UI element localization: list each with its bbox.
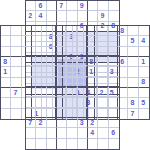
cell-bottom-r0c7[interactable]: [98, 56, 108, 66]
cell-bottom-r0c2[interactable]: [47, 56, 57, 66]
cell-bottom-r8c0[interactable]: [26, 139, 36, 149]
cell-top-r1c3[interactable]: [57, 11, 67, 21]
cell-bottom-r6c1[interactable]: 2: [36, 118, 46, 128]
cell-left-r5c0[interactable]: [1, 78, 11, 88]
cell-top-r1c6[interactable]: [88, 11, 98, 21]
cell-bottom-r5c6[interactable]: [88, 108, 98, 118]
cell-bottom-r6c6[interactable]: 2: [88, 118, 98, 128]
cell-bottom-r5c3[interactable]: [57, 108, 67, 118]
cell-bottom-r7c4[interactable]: [67, 128, 77, 138]
cell-bottom-r5c0[interactable]: [26, 108, 36, 118]
cell-left-r2c0[interactable]: [1, 47, 11, 57]
cell-right-r2c8[interactable]: [139, 47, 149, 57]
cell-bottom-r2c2[interactable]: [47, 77, 57, 87]
cell-right-r1c7[interactable]: 5: [128, 36, 138, 46]
cell-right-r1c6[interactable]: [118, 36, 128, 46]
cell-top-r0c1[interactable]: 6: [36, 1, 46, 11]
cell-right-r3c8[interactable]: 1: [139, 57, 149, 67]
cell-left-r0c1[interactable]: [11, 26, 21, 36]
cell-left-r6c1[interactable]: 7: [11, 88, 21, 98]
cell-top-r1c8[interactable]: [109, 11, 119, 21]
cell-bottom-r8c6[interactable]: [88, 139, 98, 149]
cell-bottom-r4c7[interactable]: [98, 97, 108, 107]
cell-top-r1c2[interactable]: [47, 11, 57, 21]
cell-right-r1c3[interactable]: [87, 36, 97, 46]
cell-bottom-r4c0[interactable]: [26, 97, 36, 107]
cell-left-r7c1[interactable]: [11, 98, 21, 108]
cell-bottom-r2c0[interactable]: [26, 77, 36, 87]
cell-bottom-r5c8[interactable]: [109, 108, 119, 118]
cell-bottom-r3c4[interactable]: [67, 87, 77, 97]
cell-left-r1c3[interactable]: [32, 36, 42, 46]
cell-bottom-r6c0[interactable]: 7: [26, 118, 36, 128]
cell-bottom-r0c8[interactable]: [109, 56, 119, 66]
cell-bottom-r4c2[interactable]: [47, 97, 57, 107]
cell-right-r1c0[interactable]: [56, 36, 66, 46]
cell-bottom-r2c8[interactable]: [109, 77, 119, 87]
cell-bottom-r1c6[interactable]: [88, 66, 98, 76]
cell-bottom-r2c4[interactable]: [67, 77, 77, 87]
cell-bottom-r6c4[interactable]: [67, 118, 77, 128]
cell-bottom-r3c0[interactable]: [26, 87, 36, 97]
cell-bottom-r4c6[interactable]: [88, 97, 98, 107]
cell-left-r8c1[interactable]: [11, 109, 21, 119]
cell-bottom-r8c3[interactable]: [57, 139, 67, 149]
cell-bottom-r0c5[interactable]: [78, 56, 88, 66]
cell-bottom-r1c7[interactable]: [98, 66, 108, 76]
cell-bottom-r4c4[interactable]: [67, 97, 77, 107]
cell-top-r0c6[interactable]: [88, 1, 98, 11]
cell-bottom-r8c4[interactable]: [67, 139, 77, 149]
cell-bottom-r1c0[interactable]: [26, 66, 36, 76]
cell-bottom-r6c5[interactable]: 3: [78, 118, 88, 128]
cell-bottom-r2c3[interactable]: [57, 77, 67, 87]
cell-bottom-r5c7[interactable]: [98, 108, 108, 118]
cell-bottom-r0c4[interactable]: [67, 56, 77, 66]
cell-left-r1c4[interactable]: [42, 36, 52, 46]
cell-bottom-r8c2[interactable]: [47, 139, 57, 149]
cell-bottom-r3c7[interactable]: [98, 87, 108, 97]
cell-bottom-r5c2[interactable]: [47, 108, 57, 118]
cell-bottom-r5c5[interactable]: [78, 108, 88, 118]
cell-bottom-r4c1[interactable]: [36, 97, 46, 107]
cell-bottom-r8c8[interactable]: [109, 139, 119, 149]
cell-left-r0c0[interactable]: [1, 26, 11, 36]
cell-bottom-r4c5[interactable]: [78, 97, 88, 107]
cell-bottom-r6c2[interactable]: [47, 118, 57, 128]
cell-bottom-r0c1[interactable]: [36, 56, 46, 66]
cell-right-r0c2[interactable]: [77, 26, 87, 36]
cell-bottom-r7c6[interactable]: 4: [88, 128, 98, 138]
cell-right-r7c7[interactable]: 8: [128, 98, 138, 108]
cell-bottom-r5c1[interactable]: [36, 108, 46, 118]
grid-bottom: 723246: [25, 55, 120, 150]
cell-bottom-r0c0[interactable]: [26, 56, 36, 66]
cell-bottom-r3c2[interactable]: [47, 87, 57, 97]
cell-left-r7c0[interactable]: [1, 98, 11, 108]
cell-left-r4c1[interactable]: [11, 67, 21, 77]
cell-left-r0c3[interactable]: [32, 26, 42, 36]
cell-bottom-r2c6[interactable]: [88, 77, 98, 87]
cell-bottom-r7c1[interactable]: [36, 128, 46, 138]
cell-bottom-r8c1[interactable]: [36, 139, 46, 149]
cell-bottom-r7c8[interactable]: 6: [109, 128, 119, 138]
cell-left-r5c1[interactable]: [11, 78, 21, 88]
cell-left-r8c0[interactable]: [1, 109, 11, 119]
cell-bottom-r3c5[interactable]: [78, 87, 88, 97]
cell-bottom-r7c7[interactable]: [98, 128, 108, 138]
cell-bottom-r5c4[interactable]: [67, 108, 77, 118]
cell-bottom-r1c1[interactable]: [36, 66, 46, 76]
cell-bottom-r0c3[interactable]: [57, 56, 67, 66]
cell-top-r0c8[interactable]: [109, 1, 119, 11]
cell-left-r4c0[interactable]: 1: [1, 67, 11, 77]
cell-right-r0c0[interactable]: [56, 26, 66, 36]
cell-right-r8c7[interactable]: 7: [128, 109, 138, 119]
cell-top-r1c5[interactable]: [78, 11, 88, 21]
cell-bottom-r2c7[interactable]: [98, 77, 108, 87]
cell-right-r3c7[interactable]: [128, 57, 138, 67]
cell-left-r6c0[interactable]: [1, 88, 11, 98]
cell-top-r1c0[interactable]: 2: [26, 11, 36, 21]
cell-right-r4c7[interactable]: [128, 67, 138, 77]
cell-right-r7c8[interactable]: 5: [139, 98, 149, 108]
cell-right-r1c2[interactable]: [77, 36, 87, 46]
cell-bottom-r6c3[interactable]: [57, 118, 67, 128]
cell-left-r1c1[interactable]: [11, 36, 21, 46]
cell-bottom-r8c7[interactable]: [98, 139, 108, 149]
cell-right-r0c6[interactable]: 8: [118, 26, 128, 36]
cell-bottom-r3c6[interactable]: [88, 87, 98, 97]
cell-top-r0c3[interactable]: 7: [57, 1, 67, 11]
cell-top-r1c7[interactable]: 9: [98, 11, 108, 21]
cell-left-r0c4[interactable]: [42, 26, 52, 36]
cell-right-r6c7[interactable]: [128, 88, 138, 98]
cell-right-r2c7[interactable]: [128, 47, 138, 57]
cell-right-r0c7[interactable]: [128, 26, 138, 36]
cell-right-r1c5[interactable]: [108, 36, 118, 46]
cell-bottom-r7c0[interactable]: [26, 128, 36, 138]
cell-left-r0c2[interactable]: [22, 26, 32, 36]
cell-bottom-r0c6[interactable]: [88, 56, 98, 66]
cell-top-r0c2[interactable]: [47, 1, 57, 11]
cell-right-r0c3[interactable]: [87, 26, 97, 36]
sudoku-board: 6792496288365181275481854861138258577232…: [0, 0, 150, 150]
cell-bottom-r1c2[interactable]: [47, 66, 57, 76]
cell-bottom-r4c8[interactable]: [109, 97, 119, 107]
cell-top-r1c4[interactable]: [67, 11, 77, 21]
cell-bottom-r7c3[interactable]: [57, 128, 67, 138]
cell-right-r1c4[interactable]: [97, 36, 107, 46]
cell-bottom-r3c1[interactable]: [36, 87, 46, 97]
cell-bottom-r1c4[interactable]: [67, 66, 77, 76]
cell-bottom-r8c5[interactable]: [78, 139, 88, 149]
cell-right-r0c8[interactable]: [139, 26, 149, 36]
cell-bottom-r6c7[interactable]: [98, 118, 108, 128]
cell-bottom-r4c3[interactable]: [57, 97, 67, 107]
cell-bottom-r1c3[interactable]: [57, 66, 67, 76]
cell-top-r1c1[interactable]: 4: [36, 11, 46, 21]
cell-left-r1c2[interactable]: [22, 36, 32, 46]
cell-right-r6c8[interactable]: [139, 88, 149, 98]
cell-right-r1c8[interactable]: 4: [139, 36, 149, 46]
cell-right-r1c1[interactable]: [66, 36, 76, 46]
cell-bottom-r3c3[interactable]: [57, 87, 67, 97]
cell-bottom-r6c8[interactable]: [109, 118, 119, 128]
cell-left-r3c0[interactable]: 8: [1, 57, 11, 67]
cell-right-r0c5[interactable]: [108, 26, 118, 36]
cell-bottom-r1c5[interactable]: [78, 66, 88, 76]
cell-bottom-r3c8[interactable]: [109, 87, 119, 97]
cell-top-r0c0[interactable]: [26, 1, 36, 11]
cell-bottom-r2c5[interactable]: [78, 77, 88, 87]
cell-left-r1c0[interactable]: [1, 36, 11, 46]
cell-bottom-r7c5[interactable]: [78, 128, 88, 138]
cell-top-r0c4[interactable]: [67, 1, 77, 11]
cell-top-r0c7[interactable]: [98, 1, 108, 11]
cell-left-r2c1[interactable]: [11, 47, 21, 57]
cell-right-r5c8[interactable]: 8: [139, 78, 149, 88]
cell-left-r3c1[interactable]: [11, 57, 21, 67]
cell-bottom-r1c8[interactable]: [109, 66, 119, 76]
cell-bottom-r7c2[interactable]: [47, 128, 57, 138]
cell-right-r0c1[interactable]: [66, 26, 76, 36]
cell-right-r8c8[interactable]: [139, 109, 149, 119]
cell-top-r0c5[interactable]: 9: [78, 1, 88, 11]
cell-right-r4c8[interactable]: [139, 67, 149, 77]
cell-right-r0c4[interactable]: [97, 26, 107, 36]
cell-right-r5c7[interactable]: [128, 78, 138, 88]
cell-bottom-r2c1[interactable]: [36, 77, 46, 87]
